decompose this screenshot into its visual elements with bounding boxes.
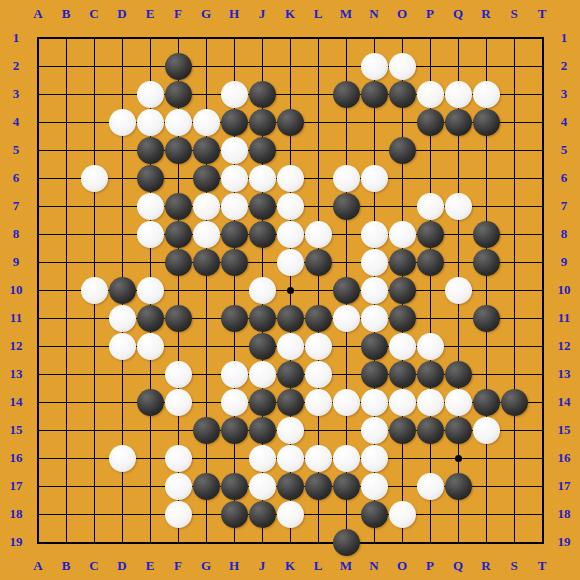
white-stone: [165, 109, 192, 136]
row-label-left: 5: [13, 143, 20, 157]
black-stone: [473, 109, 500, 136]
black-stone: [221, 417, 248, 444]
black-stone: [473, 305, 500, 332]
white-stone: [109, 109, 136, 136]
black-stone: [389, 137, 416, 164]
white-stone: [277, 501, 304, 528]
column-label-top: R: [481, 7, 490, 21]
white-stone: [249, 473, 276, 500]
column-label-top: S: [510, 7, 517, 21]
black-stone: [333, 193, 360, 220]
black-stone: [249, 137, 276, 164]
black-stone: [165, 193, 192, 220]
white-stone: [165, 445, 192, 472]
black-stone: [221, 473, 248, 500]
white-stone: [417, 473, 444, 500]
row-label-left: 2: [13, 59, 20, 73]
black-stone: [109, 277, 136, 304]
row-label-right: 16: [558, 451, 571, 465]
row-label-right: 5: [561, 143, 568, 157]
white-stone: [361, 389, 388, 416]
white-stone: [361, 473, 388, 500]
white-stone: [109, 445, 136, 472]
white-stone: [361, 221, 388, 248]
white-stone: [417, 81, 444, 108]
black-stone: [389, 277, 416, 304]
column-label-bottom: Q: [453, 559, 463, 573]
row-label-left: 16: [10, 451, 23, 465]
row-label-right: 3: [561, 87, 568, 101]
row-label-right: 8: [561, 227, 568, 241]
row-label-right: 1: [561, 31, 568, 45]
white-stone: [277, 417, 304, 444]
white-stone: [361, 249, 388, 276]
go-board[interactable]: AABBCCDDEEFFGGHHJJKKLLMMNNOOPPQQRRSSTT11…: [0, 0, 580, 580]
black-stone: [249, 193, 276, 220]
black-stone: [501, 389, 528, 416]
column-label-bottom: E: [146, 559, 155, 573]
black-stone: [305, 305, 332, 332]
black-stone: [249, 305, 276, 332]
row-label-right: 14: [558, 395, 571, 409]
white-stone: [221, 361, 248, 388]
white-stone: [109, 333, 136, 360]
white-stone: [361, 53, 388, 80]
column-label-top: H: [229, 7, 239, 21]
black-stone: [305, 249, 332, 276]
black-stone: [221, 109, 248, 136]
row-label-left: 12: [10, 339, 23, 353]
row-label-left: 10: [10, 283, 23, 297]
white-stone: [389, 333, 416, 360]
white-stone: [277, 445, 304, 472]
black-stone: [137, 137, 164, 164]
black-stone: [137, 389, 164, 416]
row-label-left: 4: [13, 115, 20, 129]
black-stone: [473, 249, 500, 276]
white-stone: [81, 165, 108, 192]
black-stone: [333, 277, 360, 304]
black-stone: [193, 417, 220, 444]
black-stone: [277, 305, 304, 332]
black-stone: [389, 249, 416, 276]
row-label-right: 13: [558, 367, 571, 381]
black-stone: [165, 81, 192, 108]
column-label-bottom: D: [117, 559, 126, 573]
column-label-top: N: [369, 7, 378, 21]
black-stone: [389, 305, 416, 332]
white-stone: [81, 277, 108, 304]
white-stone: [305, 361, 332, 388]
column-label-top: A: [33, 7, 42, 21]
white-stone: [221, 389, 248, 416]
black-stone: [137, 165, 164, 192]
white-stone: [249, 361, 276, 388]
black-stone: [193, 473, 220, 500]
black-stone: [445, 417, 472, 444]
white-stone: [473, 81, 500, 108]
column-label-bottom: R: [481, 559, 490, 573]
white-stone: [249, 445, 276, 472]
white-stone: [249, 277, 276, 304]
white-stone: [333, 389, 360, 416]
white-stone: [193, 193, 220, 220]
black-stone: [165, 221, 192, 248]
black-stone: [445, 109, 472, 136]
black-stone: [361, 361, 388, 388]
black-stone: [165, 249, 192, 276]
column-label-bottom: F: [174, 559, 182, 573]
white-stone: [305, 333, 332, 360]
column-label-top: D: [117, 7, 126, 21]
row-label-right: 4: [561, 115, 568, 129]
black-stone: [361, 81, 388, 108]
row-label-left: 13: [10, 367, 23, 381]
row-label-left: 19: [10, 535, 23, 549]
black-stone: [193, 165, 220, 192]
white-stone: [221, 81, 248, 108]
white-stone: [137, 277, 164, 304]
white-stone: [389, 389, 416, 416]
column-label-bottom: B: [62, 559, 71, 573]
white-stone: [193, 109, 220, 136]
row-label-right: 17: [558, 479, 571, 493]
row-label-right: 10: [558, 283, 571, 297]
row-label-left: 15: [10, 423, 23, 437]
black-stone: [249, 417, 276, 444]
row-label-right: 7: [561, 199, 568, 213]
black-stone: [277, 109, 304, 136]
white-stone: [165, 473, 192, 500]
black-stone: [221, 221, 248, 248]
row-label-left: 8: [13, 227, 20, 241]
row-label-right: 6: [561, 171, 568, 185]
black-stone: [277, 361, 304, 388]
black-stone: [193, 249, 220, 276]
black-stone: [137, 305, 164, 332]
black-stone: [165, 137, 192, 164]
white-stone: [221, 137, 248, 164]
white-stone: [473, 417, 500, 444]
column-label-top: P: [426, 7, 434, 21]
white-stone: [361, 165, 388, 192]
black-stone: [249, 501, 276, 528]
black-stone: [165, 53, 192, 80]
column-label-bottom: C: [89, 559, 98, 573]
black-stone: [221, 501, 248, 528]
column-label-top: T: [538, 7, 547, 21]
white-stone: [277, 193, 304, 220]
row-label-left: 17: [10, 479, 23, 493]
white-stone: [277, 333, 304, 360]
column-label-bottom: N: [369, 559, 378, 573]
row-label-left: 3: [13, 87, 20, 101]
row-label-left: 14: [10, 395, 23, 409]
black-stone: [221, 305, 248, 332]
white-stone: [361, 445, 388, 472]
row-label-right: 9: [561, 255, 568, 269]
white-stone: [361, 417, 388, 444]
column-label-bottom: L: [314, 559, 323, 573]
white-stone: [221, 193, 248, 220]
column-label-bottom: S: [510, 559, 517, 573]
column-label-bottom: P: [426, 559, 434, 573]
white-stone: [305, 221, 332, 248]
black-stone: [249, 333, 276, 360]
white-stone: [277, 249, 304, 276]
white-stone: [249, 165, 276, 192]
white-stone: [417, 333, 444, 360]
row-label-left: 6: [13, 171, 20, 185]
column-label-bottom: J: [259, 559, 266, 573]
star-point: [455, 455, 462, 462]
column-label-top: J: [259, 7, 266, 21]
go-board-screenshot: AABBCCDDEEFFGGHHJJKKLLMMNNOOPPQQRRSSTT11…: [0, 0, 580, 580]
column-label-bottom: O: [397, 559, 407, 573]
black-stone: [333, 81, 360, 108]
white-stone: [445, 193, 472, 220]
black-stone: [417, 361, 444, 388]
column-label-bottom: A: [33, 559, 42, 573]
black-stone: [193, 137, 220, 164]
white-stone: [193, 221, 220, 248]
black-stone: [389, 361, 416, 388]
white-stone: [445, 277, 472, 304]
black-stone: [417, 249, 444, 276]
black-stone: [445, 361, 472, 388]
white-stone: [333, 165, 360, 192]
white-stone: [361, 305, 388, 332]
column-label-bottom: G: [201, 559, 211, 573]
white-stone: [137, 193, 164, 220]
black-stone: [361, 501, 388, 528]
row-label-left: 7: [13, 199, 20, 213]
column-label-top: G: [201, 7, 211, 21]
black-stone: [473, 221, 500, 248]
black-stone: [473, 389, 500, 416]
black-stone: [361, 333, 388, 360]
column-label-bottom: M: [340, 559, 352, 573]
column-label-top: C: [89, 7, 98, 21]
black-stone: [277, 473, 304, 500]
star-point: [287, 287, 294, 294]
white-stone: [417, 193, 444, 220]
black-stone: [333, 529, 360, 556]
column-label-top: F: [174, 7, 182, 21]
white-stone: [389, 53, 416, 80]
black-stone: [445, 473, 472, 500]
column-label-top: M: [340, 7, 352, 21]
row-label-right: 18: [558, 507, 571, 521]
black-stone: [389, 81, 416, 108]
white-stone: [221, 165, 248, 192]
column-label-top: B: [62, 7, 71, 21]
white-stone: [137, 109, 164, 136]
white-stone: [445, 389, 472, 416]
white-stone: [333, 305, 360, 332]
black-stone: [333, 473, 360, 500]
column-label-bottom: T: [538, 559, 547, 573]
black-stone: [249, 221, 276, 248]
row-label-right: 15: [558, 423, 571, 437]
white-stone: [165, 389, 192, 416]
row-label-right: 2: [561, 59, 568, 73]
row-label-left: 9: [13, 255, 20, 269]
row-label-right: 11: [558, 311, 570, 325]
column-label-top: O: [397, 7, 407, 21]
white-stone: [137, 81, 164, 108]
black-stone: [305, 473, 332, 500]
white-stone: [305, 389, 332, 416]
white-stone: [109, 305, 136, 332]
white-stone: [305, 445, 332, 472]
column-label-top: K: [285, 7, 295, 21]
row-label-right: 12: [558, 339, 571, 353]
white-stone: [165, 501, 192, 528]
row-label-left: 11: [10, 311, 22, 325]
white-stone: [333, 445, 360, 472]
white-stone: [277, 221, 304, 248]
white-stone: [137, 333, 164, 360]
column-label-bottom: K: [285, 559, 295, 573]
black-stone: [417, 109, 444, 136]
white-stone: [361, 277, 388, 304]
white-stone: [389, 221, 416, 248]
black-stone: [165, 305, 192, 332]
black-stone: [417, 221, 444, 248]
black-stone: [221, 249, 248, 276]
column-label-top: L: [314, 7, 323, 21]
black-stone: [249, 389, 276, 416]
white-stone: [389, 501, 416, 528]
column-label-top: E: [146, 7, 155, 21]
black-stone: [417, 417, 444, 444]
black-stone: [389, 417, 416, 444]
white-stone: [165, 361, 192, 388]
white-stone: [137, 221, 164, 248]
black-stone: [249, 109, 276, 136]
column-label-top: Q: [453, 7, 463, 21]
white-stone: [277, 165, 304, 192]
column-label-bottom: H: [229, 559, 239, 573]
white-stone: [417, 389, 444, 416]
row-label-left: 1: [13, 31, 20, 45]
white-stone: [445, 81, 472, 108]
row-label-left: 18: [10, 507, 23, 521]
black-stone: [249, 81, 276, 108]
row-label-right: 19: [558, 535, 571, 549]
black-stone: [277, 389, 304, 416]
